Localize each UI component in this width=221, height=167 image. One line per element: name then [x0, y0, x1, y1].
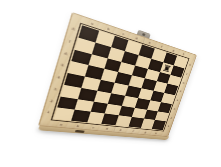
board-face: abcdefgh abcdefgh 87654321 87654321 ♜: [38, 12, 197, 137]
coordinate-label: 4: [57, 75, 61, 80]
coordinate-label: b: [75, 125, 81, 127]
coordinate-label: c: [120, 32, 125, 36]
coordinate-label: a: [58, 123, 64, 125]
coordinate-label: 6: [182, 81, 185, 84]
coordinate-label: 8: [71, 27, 75, 32]
coordinate-label: e: [147, 41, 152, 44]
coordinate-label: d: [105, 127, 110, 129]
coordinate-label: a: [89, 21, 95, 25]
coordinate-label: d: [134, 37, 139, 40]
product-photo: abcdefgh abcdefgh 87654321 87654321 ♜: [0, 0, 221, 167]
coordinate-label: 3: [53, 87, 57, 92]
coordinate-label: c: [90, 126, 96, 128]
coordinate-label: 5: [179, 90, 182, 93]
coordinate-label: 7: [67, 39, 71, 44]
coordinate-label: h: [154, 132, 158, 134]
coordinate-label: f: [160, 45, 165, 48]
chessboard: abcdefgh abcdefgh 87654321 87654321 ♜: [38, 12, 197, 137]
coordinate-label: h: [182, 52, 186, 55]
coordinate-label: 1: [46, 110, 50, 114]
coordinate-label: 4: [176, 99, 179, 102]
coordinate-label: 2: [170, 116, 173, 119]
coordinate-label: 2: [50, 99, 54, 103]
coordinate-label: e: [118, 129, 123, 131]
coordinate-label: g: [143, 131, 147, 133]
coordinate-label: 3: [173, 107, 176, 110]
coordinate-label: g: [171, 49, 175, 52]
coordinate-label: 1: [167, 125, 170, 128]
coordinate-label: f: [131, 130, 136, 132]
coordinate-label: 5: [60, 63, 64, 68]
coordinate-label: b: [105, 27, 111, 31]
coordinate-label: 8: [189, 63, 192, 67]
coordinate-label: 6: [64, 51, 68, 56]
coordinate-label: 7: [185, 72, 188, 76]
